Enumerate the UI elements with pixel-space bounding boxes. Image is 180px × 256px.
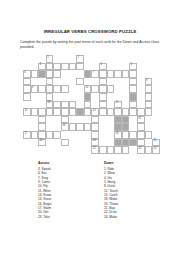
- answer-cell[interactable]: [84, 101, 92, 109]
- crossword-grid: 123456789101112131415161718192021222324: [23, 55, 161, 155]
- clue-number: 22: [93, 147, 96, 150]
- answer-cell[interactable]: [53, 131, 61, 139]
- answer-cell[interactable]: 19: [38, 139, 46, 147]
- answer-cell[interactable]: [38, 108, 46, 116]
- gray-cell: [84, 70, 92, 78]
- gray-cell: [122, 123, 130, 131]
- answer-cell[interactable]: [145, 93, 153, 101]
- answer-cell[interactable]: [99, 108, 107, 116]
- answer-cell[interactable]: [107, 70, 115, 78]
- gray-cell: [122, 116, 130, 124]
- answer-cell[interactable]: 20: [91, 139, 99, 147]
- clue-number: 5: [131, 63, 132, 66]
- answer-cell[interactable]: [99, 101, 107, 109]
- answer-cell[interactable]: [129, 78, 137, 86]
- answer-cell[interactable]: [107, 108, 115, 116]
- clue-number: 4: [100, 63, 101, 66]
- answer-cell[interactable]: [122, 108, 130, 116]
- answer-cell[interactable]: 2: [76, 55, 84, 63]
- answer-cell[interactable]: [46, 78, 54, 86]
- clue-number: 2: [78, 56, 79, 59]
- gray-cell: [122, 139, 130, 147]
- answer-cell[interactable]: [99, 70, 107, 78]
- gray-cell: [114, 116, 122, 124]
- clue-number: 12: [116, 101, 119, 104]
- answer-cell[interactable]: [23, 85, 31, 93]
- clue-number: 13: [24, 109, 27, 112]
- answer-cell[interactable]: [53, 85, 61, 93]
- clue-number: 1: [47, 56, 48, 59]
- answer-cell[interactable]: 16: [61, 123, 69, 131]
- answer-cell[interactable]: [91, 131, 99, 139]
- gray-cell: [76, 108, 84, 116]
- answer-cell[interactable]: [38, 116, 46, 124]
- clue-number: 23: [138, 147, 141, 150]
- answer-cell[interactable]: [137, 131, 145, 139]
- answer-cell[interactable]: [114, 146, 122, 154]
- clue-number: 10: [85, 86, 88, 89]
- answer-cell[interactable]: [53, 101, 61, 109]
- answer-cell[interactable]: [61, 101, 69, 109]
- gray-cell: [129, 93, 137, 101]
- answer-cell[interactable]: [122, 131, 130, 139]
- gray-cell: [114, 139, 122, 147]
- across-clue-list: Across 3. Speak6. Eat7. Sing9. Come10. F…: [38, 161, 51, 219]
- answer-cell[interactable]: [129, 101, 137, 109]
- answer-cell[interactable]: [84, 108, 92, 116]
- clue-number: 11: [47, 101, 50, 104]
- gray-cell: [38, 70, 46, 78]
- answer-cell[interactable]: 6: [23, 70, 31, 78]
- answer-cell[interactable]: [107, 146, 115, 154]
- answer-cell[interactable]: [53, 70, 61, 78]
- answer-cell[interactable]: [46, 63, 54, 71]
- answer-cell[interactable]: [46, 108, 54, 116]
- answer-cell[interactable]: 18: [114, 131, 122, 139]
- answer-cell[interactable]: 12: [114, 101, 122, 109]
- clue-number: 21: [154, 139, 157, 142]
- clue-number: 17: [24, 132, 27, 135]
- answer-cell[interactable]: 15: [137, 116, 145, 124]
- answer-cell[interactable]: [53, 63, 61, 71]
- answer-cell[interactable]: [23, 78, 31, 86]
- answer-cell[interactable]: [122, 70, 130, 78]
- answer-cell[interactable]: 4: [99, 63, 107, 71]
- down-clue-list: Down 1. Ride2. Wear4. Go5. Hang8. Drink1…: [104, 161, 118, 219]
- answer-cell[interactable]: [69, 123, 77, 131]
- answer-cell[interactable]: 1: [46, 55, 54, 63]
- answer-cell[interactable]: [61, 63, 69, 71]
- answer-cell[interactable]: [91, 123, 99, 131]
- answer-cell[interactable]: [114, 108, 122, 116]
- answer-cell[interactable]: [137, 123, 145, 131]
- instructions-text: Complete the puzzle by writing the past …: [20, 40, 162, 49]
- answer-cell[interactable]: 10: [84, 85, 92, 93]
- answer-cell[interactable]: [31, 108, 39, 116]
- answer-cell[interactable]: [61, 85, 69, 93]
- answer-cell[interactable]: [69, 101, 77, 109]
- answer-cell[interactable]: [91, 85, 99, 93]
- answer-cell[interactable]: [122, 146, 130, 154]
- answer-cell[interactable]: 11: [46, 101, 54, 109]
- clue-item: 23. Take: [38, 215, 51, 219]
- answer-cell[interactable]: [38, 123, 46, 131]
- answer-cell[interactable]: [38, 131, 46, 139]
- answer-cell[interactable]: [38, 85, 46, 93]
- answer-cell[interactable]: [46, 70, 54, 78]
- clue-item: 24. Make: [104, 215, 118, 219]
- down-header: Down: [104, 161, 118, 165]
- answer-cell[interactable]: [61, 116, 69, 124]
- answer-cell[interactable]: [91, 116, 99, 124]
- clue-number: 20: [93, 139, 96, 142]
- answer-cell[interactable]: 9: [31, 85, 39, 93]
- clue-number: 8: [146, 79, 147, 82]
- across-header: Across: [38, 161, 51, 165]
- answer-cell[interactable]: 14: [91, 108, 99, 116]
- clue-number: 19: [40, 139, 43, 142]
- answer-cell[interactable]: [99, 146, 107, 154]
- answer-cell[interactable]: 8: [145, 78, 153, 86]
- answer-cell[interactable]: [107, 85, 115, 93]
- answer-cell[interactable]: [137, 139, 145, 147]
- answer-cell[interactable]: [145, 131, 153, 139]
- answer-cell[interactable]: [61, 139, 69, 147]
- clue-number: 3: [40, 63, 41, 66]
- answer-cell[interactable]: 13: [23, 108, 31, 116]
- clue-number: 16: [62, 124, 65, 127]
- answer-cell[interactable]: [99, 93, 107, 101]
- answer-cell[interactable]: [31, 131, 39, 139]
- answer-cell[interactable]: [69, 108, 77, 116]
- answer-cell[interactable]: [76, 78, 84, 86]
- answer-cell[interactable]: [23, 93, 31, 101]
- answer-cell[interactable]: [129, 85, 137, 93]
- answer-cell[interactable]: [145, 146, 153, 154]
- answer-cell[interactable]: 23: [137, 146, 145, 154]
- answer-cell[interactable]: [129, 70, 137, 78]
- answer-cell[interactable]: [84, 123, 92, 131]
- answer-cell[interactable]: 21: [152, 139, 160, 147]
- answer-cell[interactable]: [46, 131, 54, 139]
- answer-cell[interactable]: [53, 108, 61, 116]
- answer-cell[interactable]: [76, 63, 84, 71]
- answer-cell[interactable]: [114, 70, 122, 78]
- answer-cell[interactable]: 22: [91, 146, 99, 154]
- answer-cell[interactable]: 3: [38, 63, 46, 71]
- answer-cell[interactable]: [61, 108, 69, 116]
- answer-cell[interactable]: [69, 63, 77, 71]
- answer-cell[interactable]: 24: [152, 146, 160, 154]
- page-title: IRREGULAR VERBS CROSSWORD PUZZLE: [0, 29, 180, 34]
- answer-cell[interactable]: [46, 85, 54, 93]
- answer-cell[interactable]: [129, 108, 137, 116]
- answer-cell[interactable]: [137, 108, 145, 116]
- across-items: 3. Speak6. Eat7. Sing9. Come10. Fly11. W…: [38, 167, 51, 219]
- answer-cell[interactable]: [99, 78, 107, 86]
- clue-number: 14: [93, 109, 96, 112]
- answer-cell[interactable]: [31, 70, 39, 78]
- answer-cell[interactable]: 17: [23, 131, 31, 139]
- gray-cell: [84, 93, 92, 101]
- worksheet-page: IRREGULAR VERBS CROSSWORD PUZZLE Complet…: [0, 0, 180, 256]
- clue-number: 15: [138, 117, 141, 120]
- answer-cell[interactable]: 5: [129, 63, 137, 71]
- answer-cell[interactable]: [145, 101, 153, 109]
- clue-number: 24: [154, 147, 157, 150]
- gray-cell: [114, 123, 122, 131]
- gray-cell: [129, 139, 137, 147]
- clue-number: 18: [116, 132, 119, 135]
- clue-number: 6: [24, 71, 25, 74]
- down-items: 1. Ride2. Wear4. Go5. Hang8. Drink12. Te…: [104, 167, 118, 219]
- answer-cell[interactable]: [145, 85, 153, 93]
- answer-cell[interactable]: 7: [91, 70, 99, 78]
- answer-cell[interactable]: [129, 131, 137, 139]
- clue-number: 7: [93, 71, 94, 74]
- answer-cell[interactable]: [76, 123, 84, 131]
- answer-cell[interactable]: [145, 108, 153, 116]
- answer-cell[interactable]: [99, 85, 107, 93]
- answer-cell[interactable]: [46, 93, 54, 101]
- clue-number: 9: [32, 86, 33, 89]
